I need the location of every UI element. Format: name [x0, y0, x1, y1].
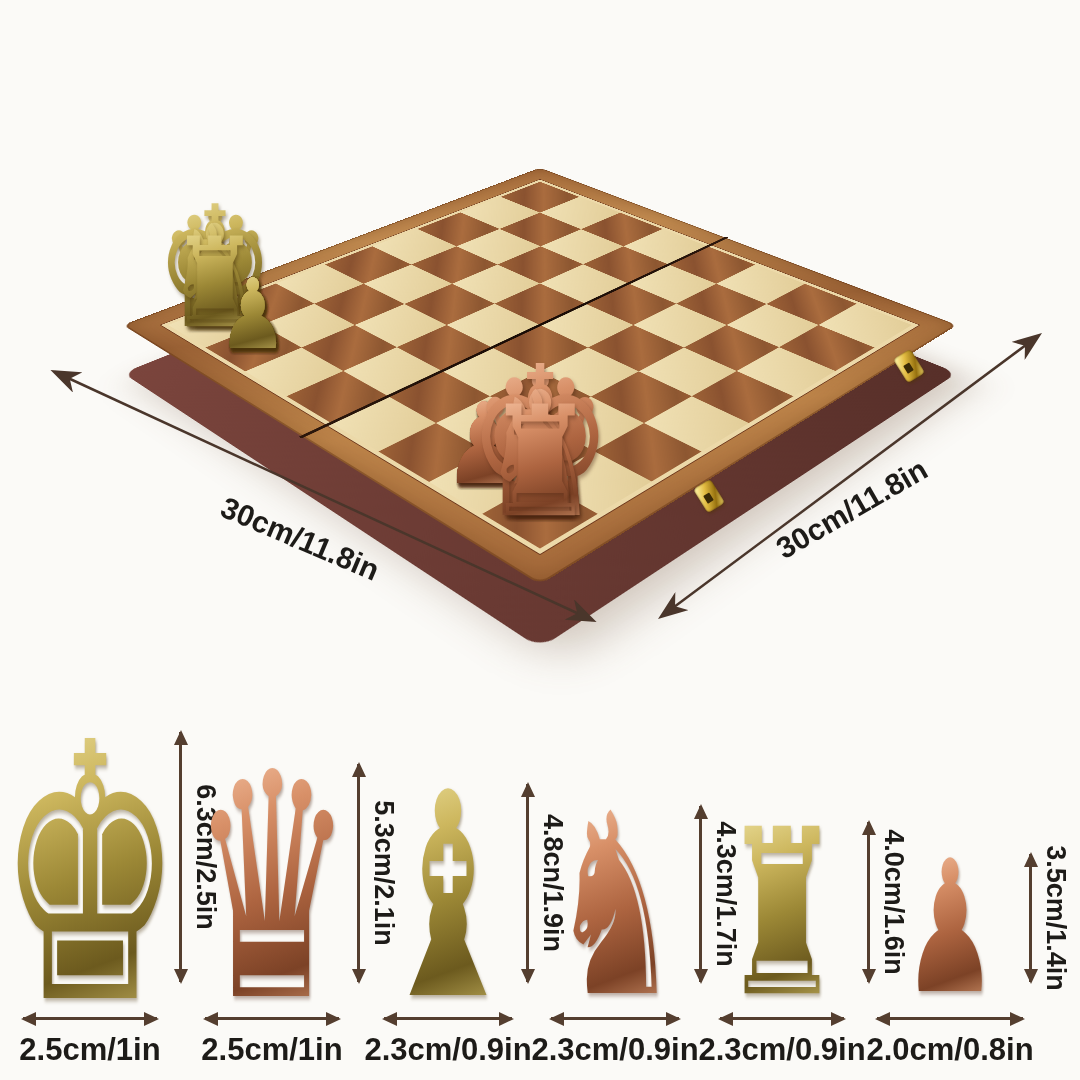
height-arrow — [867, 822, 870, 982]
height-arrow — [179, 732, 182, 982]
height-arrow — [699, 806, 702, 982]
base-width-arrow — [877, 1017, 1023, 1020]
base-width-label: 2.5cm/1in — [0, 1032, 190, 1068]
base-width-arrow — [205, 1017, 339, 1020]
chart-piece-glyph-king: ♚ — [0, 697, 183, 1053]
base-width-arrow — [23, 1017, 157, 1020]
piece-size-chart: ♚6.3cm/2.5in2.5cm/1in♛5.3cm/2.1in2.5cm/1… — [0, 655, 1080, 1080]
chart-piece-glyph-rook: ♜ — [722, 799, 841, 1028]
height-arrow — [526, 784, 529, 982]
chart-piece-glyph-pawn: ♟ — [902, 836, 997, 1019]
chart-piece-glyph-queen: ♛ — [191, 732, 353, 1044]
chart-piece-glyph-bishop: ♝ — [374, 756, 521, 1039]
chart-piece-glyph-knight: ♞ — [550, 781, 681, 1032]
base-width-label: 2.0cm/0.8in — [850, 1032, 1050, 1068]
base-width-arrow — [551, 1017, 679, 1020]
base-width-arrow — [720, 1017, 844, 1020]
base-width-label: 2.5cm/1in — [172, 1032, 372, 1068]
height-label: 3.5cm/1.4in — [1041, 833, 1071, 1003]
base-width-arrow — [384, 1017, 512, 1020]
height-arrow — [357, 764, 360, 982]
board-grid — [161, 180, 919, 555]
height-arrow — [1029, 854, 1032, 982]
